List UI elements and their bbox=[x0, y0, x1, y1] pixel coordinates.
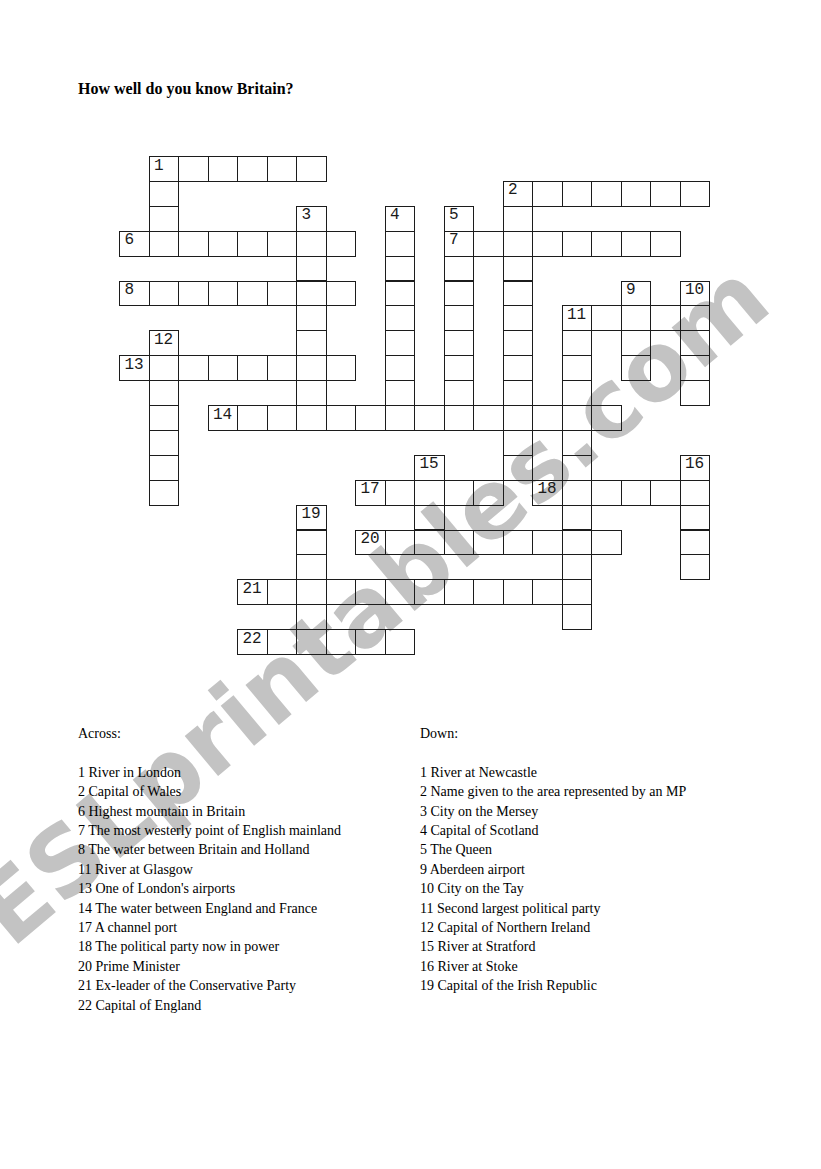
grid-cell bbox=[296, 579, 327, 605]
grid-cell: 19 bbox=[296, 505, 327, 531]
grid-cell bbox=[591, 181, 622, 207]
grid-cell bbox=[296, 156, 327, 182]
grid-cell bbox=[503, 430, 534, 456]
clue-across-1: 1 River in London bbox=[78, 763, 341, 782]
grid-cell bbox=[680, 554, 711, 580]
grid-cell bbox=[503, 530, 534, 556]
grid-cell bbox=[503, 330, 534, 356]
grid-cell bbox=[208, 281, 239, 307]
grid-cell bbox=[237, 405, 268, 431]
grid-cell bbox=[178, 231, 209, 257]
clue-number: 18 bbox=[538, 481, 557, 497]
clue-number: 9 bbox=[626, 282, 636, 298]
grid-cell bbox=[296, 405, 327, 431]
clue-number: 8 bbox=[125, 282, 135, 298]
grid-cell bbox=[414, 405, 445, 431]
clue-across-7: 7 The most westerly point of English mai… bbox=[78, 821, 341, 840]
grid-cell bbox=[562, 380, 593, 406]
grid-cell bbox=[385, 330, 416, 356]
grid-cell: 18 bbox=[532, 480, 563, 506]
grid-cell bbox=[591, 305, 622, 331]
grid-cell bbox=[621, 181, 652, 207]
clue-down-12: 12 Capital of Northern Ireland bbox=[420, 918, 686, 937]
grid-cell bbox=[680, 355, 711, 381]
grid-cell bbox=[149, 455, 180, 481]
grid-cell bbox=[444, 305, 475, 331]
grid-cell bbox=[621, 480, 652, 506]
grid-cell bbox=[562, 430, 593, 456]
grid-cell bbox=[503, 405, 534, 431]
grid-cell bbox=[503, 231, 534, 257]
grid-cell bbox=[503, 281, 534, 307]
clue-number: 1 bbox=[154, 158, 164, 174]
grid-cell bbox=[650, 181, 681, 207]
clue-down-3: 3 City on the Mersey bbox=[420, 802, 686, 821]
clue-down-19: 19 Capital of the Irish Republic bbox=[420, 976, 686, 995]
grid-cell bbox=[267, 156, 298, 182]
grid-cell bbox=[444, 281, 475, 307]
clue-across-20: 20 Prime Minister bbox=[78, 957, 341, 976]
grid-cell bbox=[444, 355, 475, 381]
grid-cell bbox=[503, 305, 534, 331]
clue-across-8: 8 The water between Britain and Holland bbox=[78, 840, 341, 859]
grid-cell bbox=[296, 330, 327, 356]
grid-cell bbox=[149, 480, 180, 506]
grid-cell bbox=[355, 405, 386, 431]
grid-cell: 10 bbox=[680, 281, 711, 307]
clue-across-21: 21 Ex-leader of the Conservative Party bbox=[78, 976, 341, 995]
clue-down-10: 10 City on the Tay bbox=[420, 879, 686, 898]
grid-cell: 11 bbox=[562, 305, 593, 331]
clue-across-17: 17 A channel port bbox=[78, 918, 341, 937]
clue-number: 6 bbox=[125, 232, 135, 248]
down-heading: Down: bbox=[420, 724, 686, 743]
clue-number: 20 bbox=[361, 531, 380, 547]
grid-cell: 13 bbox=[119, 355, 150, 381]
grid-cell bbox=[680, 181, 711, 207]
grid-cell bbox=[267, 579, 298, 605]
across-heading: Across: bbox=[78, 724, 341, 743]
grid-cell: 3 bbox=[296, 206, 327, 232]
across-clues-section: Across: 1 River in London2 Capital of Wa… bbox=[78, 724, 341, 1015]
grid-cell bbox=[178, 281, 209, 307]
grid-cell bbox=[296, 604, 327, 630]
grid-cell bbox=[149, 231, 180, 257]
grid-cell: 12 bbox=[149, 330, 180, 356]
grid-cell bbox=[208, 231, 239, 257]
clue-number: 13 bbox=[125, 357, 144, 373]
grid-cell bbox=[149, 355, 180, 381]
grid-cell bbox=[621, 305, 652, 331]
grid-cell: 4 bbox=[385, 206, 416, 232]
clue-down-9: 9 Aberdeen airport bbox=[420, 860, 686, 879]
grid-cell bbox=[296, 530, 327, 556]
grid-cell bbox=[680, 305, 711, 331]
grid-cell bbox=[149, 405, 180, 431]
grid-cell bbox=[385, 305, 416, 331]
grid-cell bbox=[385, 380, 416, 406]
grid-cell bbox=[444, 330, 475, 356]
grid-cell bbox=[532, 231, 563, 257]
grid-cell bbox=[591, 231, 622, 257]
grid-cell bbox=[296, 554, 327, 580]
grid-cell bbox=[237, 231, 268, 257]
across-clue-list: 1 River in London2 Capital of Wales6 Hig… bbox=[78, 763, 341, 1015]
grid-cell bbox=[503, 380, 534, 406]
grid-cell bbox=[532, 181, 563, 207]
grid-cell bbox=[326, 405, 357, 431]
grid-cell bbox=[267, 231, 298, 257]
page-title: How well do you know Britain? bbox=[78, 80, 294, 98]
grid-cell bbox=[680, 480, 711, 506]
clue-down-15: 15 River at Stratford bbox=[420, 937, 686, 956]
clue-number: 12 bbox=[154, 332, 173, 348]
grid-cell bbox=[562, 231, 593, 257]
grid-cell bbox=[414, 530, 445, 556]
grid-cell bbox=[385, 281, 416, 307]
grid-cell bbox=[532, 530, 563, 556]
clue-down-16: 16 River at Stoke bbox=[420, 957, 686, 976]
grid-cell bbox=[680, 330, 711, 356]
grid-cell: 14 bbox=[208, 405, 239, 431]
grid-cell bbox=[326, 231, 357, 257]
grid-cell bbox=[208, 156, 239, 182]
grid-cell bbox=[385, 355, 416, 381]
grid-cell bbox=[503, 579, 534, 605]
grid-cell bbox=[444, 530, 475, 556]
clue-number: 17 bbox=[361, 481, 380, 497]
grid-cell bbox=[650, 231, 681, 257]
grid-cell bbox=[562, 405, 593, 431]
grid-cell bbox=[503, 256, 534, 282]
clue-number: 15 bbox=[420, 456, 439, 472]
grid-cell bbox=[444, 380, 475, 406]
grid-cell: 5 bbox=[444, 206, 475, 232]
grid-cell bbox=[414, 505, 445, 531]
grid-cell bbox=[326, 281, 357, 307]
grid-cell bbox=[621, 330, 652, 356]
grid-cell bbox=[149, 181, 180, 207]
grid-cell bbox=[385, 530, 416, 556]
grid-cell bbox=[562, 480, 593, 506]
clue-number: 11 bbox=[567, 307, 586, 323]
clue-across-14: 14 The water between England and France bbox=[78, 899, 341, 918]
grid-cell bbox=[267, 281, 298, 307]
clue-down-11: 11 Second largest political party bbox=[420, 899, 686, 918]
grid-cell bbox=[444, 579, 475, 605]
clue-number: 16 bbox=[685, 456, 704, 472]
grid-cell bbox=[532, 579, 563, 605]
grid-cell bbox=[296, 281, 327, 307]
grid-cell bbox=[385, 480, 416, 506]
grid-cell bbox=[414, 480, 445, 506]
grid-cell bbox=[355, 629, 386, 655]
grid-cell bbox=[621, 231, 652, 257]
clue-down-5: 5 The Queen bbox=[420, 840, 686, 859]
grid-cell bbox=[385, 579, 416, 605]
grid-cell bbox=[326, 355, 357, 381]
clue-across-6: 6 Highest mountain in Britain bbox=[78, 802, 341, 821]
grid-cell bbox=[473, 231, 504, 257]
grid-cell bbox=[562, 455, 593, 481]
grid-cell bbox=[444, 405, 475, 431]
down-clue-list: 1 River at Newcastle2 Name given to the … bbox=[420, 763, 686, 996]
clue-number: 5 bbox=[449, 207, 459, 223]
grid-cell bbox=[591, 530, 622, 556]
grid-cell: 21 bbox=[237, 579, 268, 605]
grid-cell bbox=[591, 480, 622, 506]
grid-cell bbox=[296, 231, 327, 257]
clue-across-2: 2 Capital of Wales bbox=[78, 782, 341, 801]
grid-cell bbox=[650, 305, 681, 331]
grid-cell: 2 bbox=[503, 181, 534, 207]
grid-cell bbox=[296, 305, 327, 331]
grid-cell bbox=[296, 256, 327, 282]
grid-cell: 9 bbox=[621, 281, 652, 307]
grid-cell bbox=[267, 355, 298, 381]
grid-cell bbox=[473, 480, 504, 506]
grid-cell: 6 bbox=[119, 231, 150, 257]
grid-cell bbox=[385, 231, 416, 257]
clue-number: 7 bbox=[449, 232, 459, 248]
grid-cell: 20 bbox=[355, 530, 386, 556]
grid-cell bbox=[680, 505, 711, 531]
clue-number: 4 bbox=[390, 207, 400, 223]
grid-cell: 22 bbox=[237, 629, 268, 655]
grid-cell bbox=[237, 281, 268, 307]
grid-cell bbox=[149, 380, 180, 406]
grid-cell: 16 bbox=[680, 455, 711, 481]
grid-cell: 15 bbox=[414, 455, 445, 481]
grid-cell bbox=[237, 156, 268, 182]
grid-cell bbox=[562, 330, 593, 356]
clue-down-1: 1 River at Newcastle bbox=[420, 763, 686, 782]
grid-cell bbox=[385, 405, 416, 431]
clue-number: 14 bbox=[213, 407, 232, 423]
clue-number: 22 bbox=[243, 631, 262, 647]
grid-cell bbox=[149, 206, 180, 232]
grid-cell bbox=[208, 355, 239, 381]
grid-cell bbox=[267, 405, 298, 431]
grid-cell bbox=[650, 480, 681, 506]
grid-cell bbox=[532, 405, 563, 431]
grid-cell bbox=[267, 629, 298, 655]
grid-cell: 1 bbox=[149, 156, 180, 182]
grid-cell bbox=[178, 156, 209, 182]
clue-number: 21 bbox=[243, 581, 262, 597]
grid-cell bbox=[414, 579, 445, 605]
grid-cell bbox=[621, 355, 652, 381]
grid-cell bbox=[326, 629, 357, 655]
grid-cell bbox=[444, 256, 475, 282]
clue-across-22: 22 Capital of England bbox=[78, 996, 341, 1015]
grid-cell bbox=[355, 579, 386, 605]
grid-cell bbox=[296, 355, 327, 381]
grid-cell bbox=[149, 281, 180, 307]
grid-cell bbox=[296, 629, 327, 655]
grid-cell bbox=[562, 355, 593, 381]
grid-cell: 7 bbox=[444, 231, 475, 257]
grid-cell bbox=[562, 181, 593, 207]
grid-cell: 17 bbox=[355, 480, 386, 506]
grid-cell bbox=[385, 256, 416, 282]
grid-cell bbox=[680, 380, 711, 406]
grid-cell bbox=[149, 430, 180, 456]
grid-cell bbox=[444, 480, 475, 506]
grid-cell bbox=[562, 604, 593, 630]
grid-cell bbox=[326, 579, 357, 605]
grid-cell bbox=[296, 380, 327, 406]
grid-cell bbox=[503, 355, 534, 381]
grid-cell bbox=[473, 405, 504, 431]
clue-number: 19 bbox=[302, 506, 321, 522]
grid-cell bbox=[591, 405, 622, 431]
grid-cell bbox=[503, 455, 534, 481]
grid-cell bbox=[562, 530, 593, 556]
down-clues-section: Down: 1 River at Newcastle2 Name given t… bbox=[420, 724, 686, 996]
clue-across-11: 11 River at Glasgow bbox=[78, 860, 341, 879]
grid-cell bbox=[385, 629, 416, 655]
clue-number: 10 bbox=[685, 282, 704, 298]
grid-cell bbox=[473, 530, 504, 556]
grid-cell bbox=[178, 355, 209, 381]
clue-down-2: 2 Name given to the area represented by … bbox=[420, 782, 686, 801]
grid-cell bbox=[562, 579, 593, 605]
clue-down-4: 4 Capital of Scotland bbox=[420, 821, 686, 840]
grid-cell bbox=[562, 554, 593, 580]
grid-cell bbox=[562, 505, 593, 531]
grid-cell bbox=[473, 579, 504, 605]
clue-across-18: 18 The political party now in power bbox=[78, 937, 341, 956]
grid-cell bbox=[237, 355, 268, 381]
clue-number: 2 bbox=[508, 182, 518, 198]
clue-across-13: 13 One of London's airports bbox=[78, 879, 341, 898]
grid-cell bbox=[503, 206, 534, 232]
grid-cell: 8 bbox=[119, 281, 150, 307]
clue-number: 3 bbox=[302, 207, 312, 223]
grid-cell bbox=[680, 530, 711, 556]
